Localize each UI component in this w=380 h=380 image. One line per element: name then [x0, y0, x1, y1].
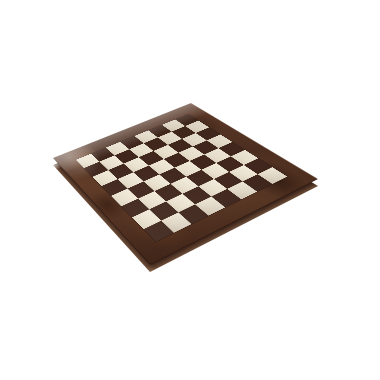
product-photo-scene — [0, 0, 380, 380]
chess-board — [53, 103, 318, 265]
